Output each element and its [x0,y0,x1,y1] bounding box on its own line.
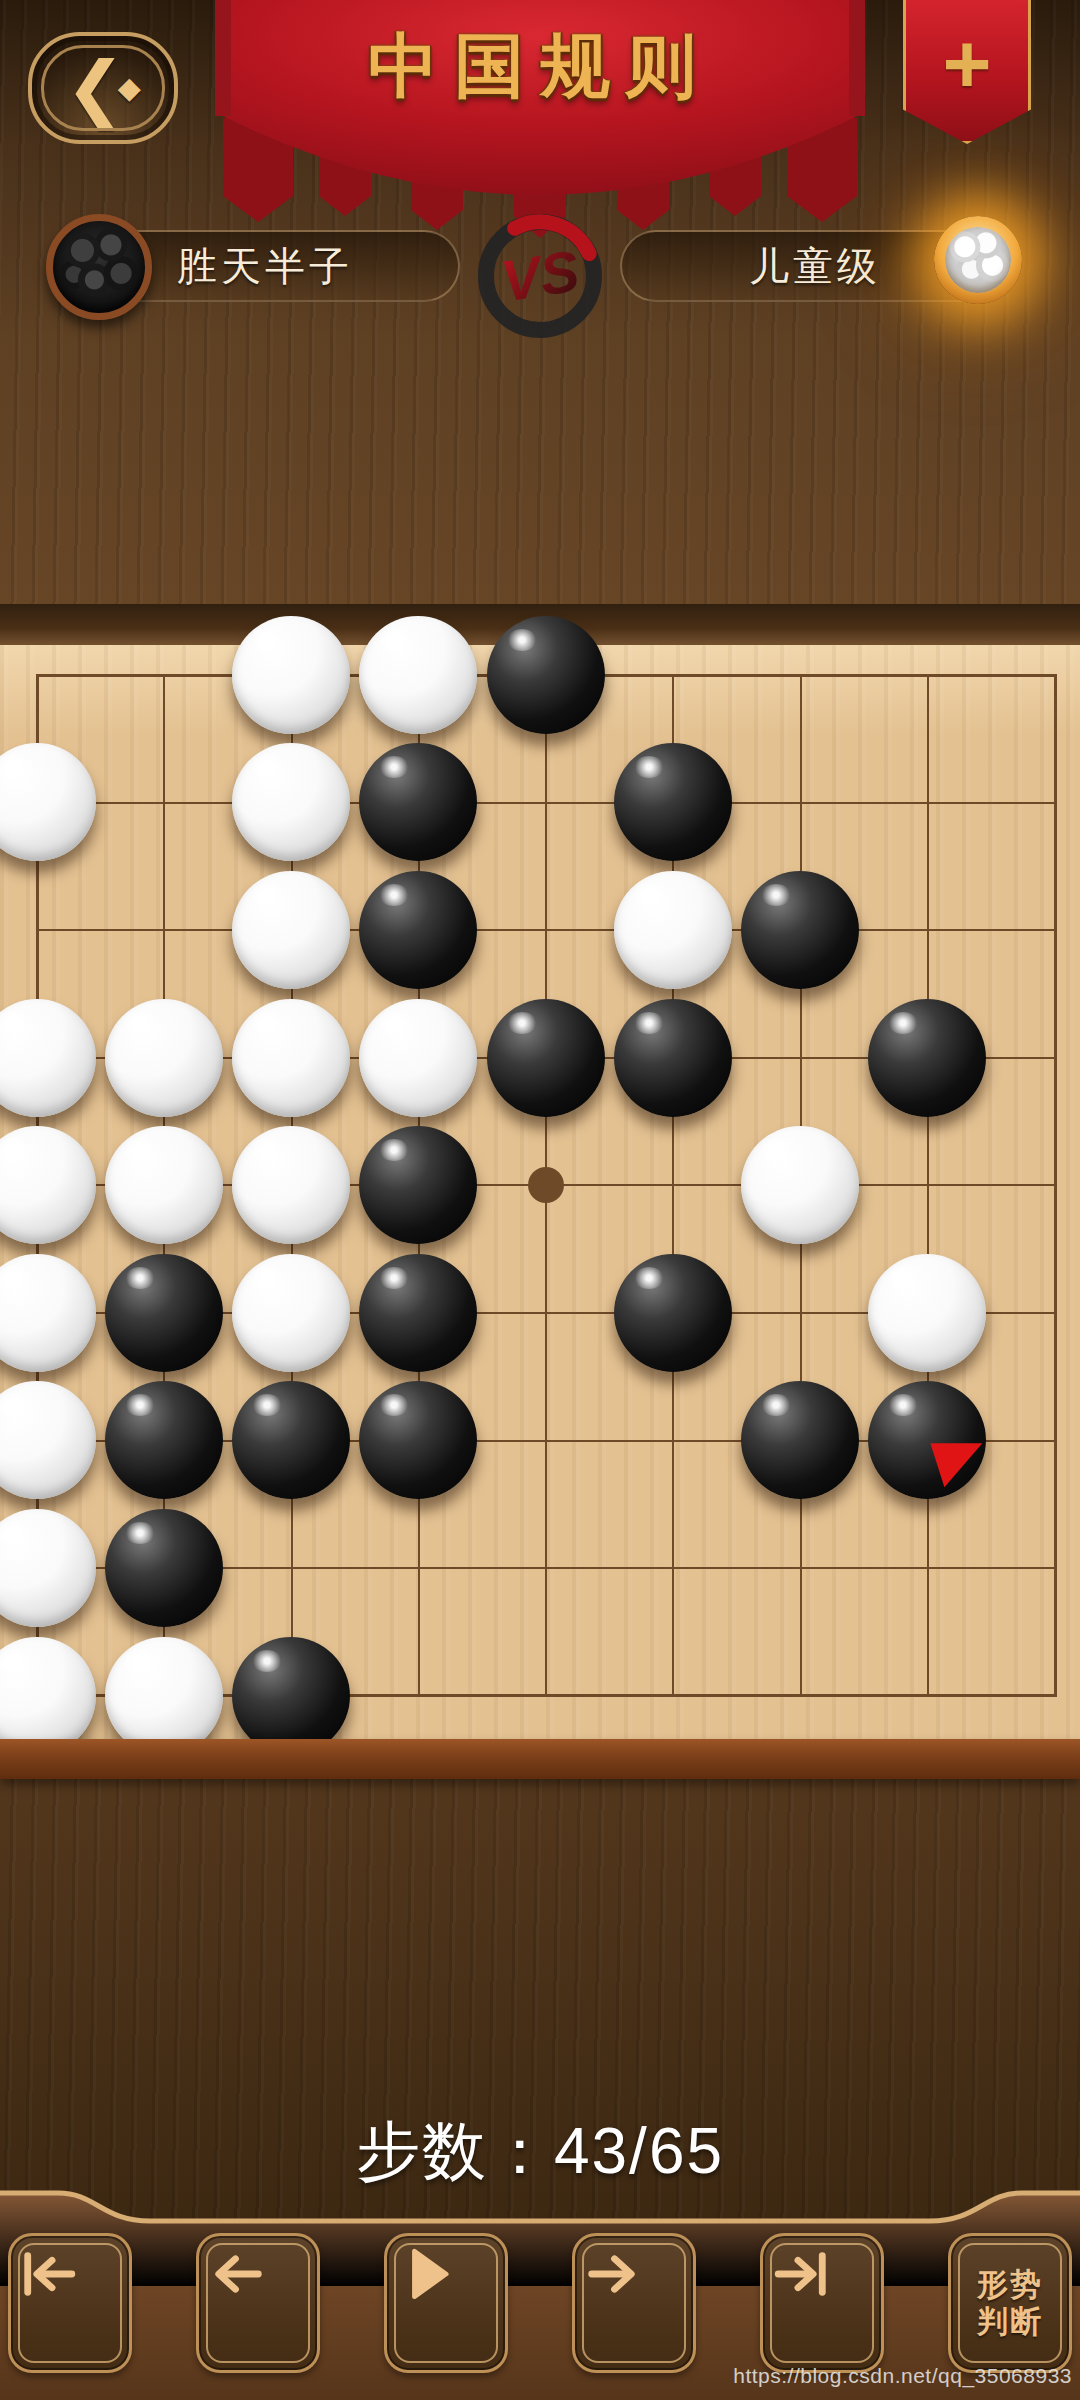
board-cell-c7r1[interactable] [737,611,864,739]
board-cell-c4r1[interactable] [355,611,482,739]
white-stone [868,1254,986,1372]
situation-judge-label: 形势 判断 [977,2266,1043,2340]
white-stone [105,999,223,1117]
skip-to-end-icon [763,2236,839,2312]
add-button[interactable]: + [903,0,1031,144]
white-stone [105,1126,223,1244]
board-cell-c2r1[interactable] [100,611,227,739]
board-cell-c9r4[interactable] [991,994,1080,1122]
board-cell-c1r5[interactable] [0,1121,100,1249]
play-button[interactable] [384,2233,508,2373]
board-cell-c8r7[interactable] [864,1377,991,1505]
board-cell-c2r4[interactable] [100,994,227,1122]
board-cell-c4r4[interactable] [355,994,482,1122]
black-stone [614,999,732,1117]
board-cell-c7r3[interactable] [737,866,864,994]
board-cell-c1r7[interactable] [0,1377,100,1505]
step-back-button[interactable] [196,2233,320,2373]
board-cell-c6r5[interactable] [609,1121,736,1249]
board-cell-c9r1[interactable] [991,611,1080,739]
board-cell-c9r3[interactable] [991,866,1080,994]
board-cell-c3r1[interactable] [228,611,355,739]
black-stone [487,999,605,1117]
board-cell-c5r3[interactable] [482,866,609,994]
board-cell-c8r1[interactable] [864,611,991,739]
board-cell-c2r5[interactable] [100,1121,227,1249]
board-cell-c7r5[interactable] [737,1121,864,1249]
board-cell-c9r7[interactable] [991,1377,1080,1505]
board-cell-c4r6[interactable] [355,1249,482,1377]
board-cell-c5r1[interactable] [482,611,609,739]
board-bottom-edge [0,1739,1080,1779]
board-cell-c3r4[interactable] [228,994,355,1122]
situation-judge-button[interactable]: 形势 判断 [948,2233,1072,2373]
white-stone [232,743,350,861]
skip-to-end-button[interactable] [760,2233,884,2373]
board-cell-c4r2[interactable] [355,739,482,867]
board-cell-c8r5[interactable] [864,1121,991,1249]
board-cell-c5r4[interactable] [482,994,609,1122]
black-stone [868,999,986,1117]
white-stone [0,1381,96,1499]
white-stone [232,871,350,989]
back-button[interactable]: ❮ ◆ [28,32,178,144]
white-stone [232,1126,350,1244]
board-cell-c6r8[interactable] [609,1504,736,1632]
white-stone [232,616,350,734]
board-cell-c6r4[interactable] [609,994,736,1122]
vs-label: VS [497,237,584,313]
board-cell-c2r6[interactable] [100,1249,227,1377]
black-stone [105,1381,223,1499]
board-cell-c3r2[interactable] [228,739,355,867]
board-cell-c8r3[interactable] [864,866,991,994]
board-cell-c4r5[interactable] [355,1121,482,1249]
board-cell-c3r5[interactable] [228,1121,355,1249]
white-player-name: 儿童级 [749,239,881,294]
board-cell-c1r6[interactable] [0,1249,100,1377]
board-cell-c9r5[interactable] [991,1121,1080,1249]
white-stone [0,1126,96,1244]
board-cell-c3r8[interactable] [228,1504,355,1632]
vs-emblem: VS [462,196,618,352]
white-stones-pebbles [945,227,1011,293]
board-cell-c8r2[interactable] [864,739,991,867]
white-stone [614,871,732,989]
board-cell-c5r2[interactable] [482,739,609,867]
black-player-name: 胜天半子 [177,239,353,294]
board-cell-c3r6[interactable] [228,1249,355,1377]
watermark-url: https://blog.csdn.net/qq_35068933 [733,2364,1072,2388]
board-cell-c7r8[interactable] [737,1504,864,1632]
black-stone [359,1381,477,1499]
board-cell-c3r3[interactable] [228,866,355,994]
white-stone [0,1254,96,1372]
plus-icon: + [942,22,991,106]
step-forward-button[interactable] [572,2233,696,2373]
white-stone [232,1254,350,1372]
board-cell-c1r4[interactable] [0,994,100,1122]
black-stone [487,616,605,734]
arrow-left-icon [199,2236,275,2312]
board-cell-c6r2[interactable] [609,739,736,867]
black-stone [359,743,477,861]
board-cell-c8r8[interactable] [864,1504,991,1632]
go-grid [0,611,1080,1759]
black-stone [359,1254,477,1372]
board-cell-c4r8[interactable] [355,1504,482,1632]
board-cell-c4r7[interactable] [355,1377,482,1505]
board-cell-c8r4[interactable] [864,994,991,1122]
board-cell-c9r6[interactable] [991,1249,1080,1377]
board-cell-c5r6[interactable] [482,1249,609,1377]
white-stone [0,743,96,861]
play-icon [387,2236,463,2312]
black-stone [741,871,859,989]
board-cell-c7r6[interactable] [737,1249,864,1377]
black-stone [105,1509,223,1627]
board-cell-c2r7[interactable] [100,1377,227,1505]
board-cell-c2r8[interactable] [100,1504,227,1632]
board-cell-c6r1[interactable] [609,611,736,739]
black-stones-bowl-icon [46,214,152,320]
board-cell-c7r7[interactable] [737,1377,864,1505]
white-stone [741,1126,859,1244]
white-stone [359,999,477,1117]
board-cell-c9r2[interactable] [991,739,1080,867]
board-cell-c6r3[interactable] [609,866,736,994]
white-stones-bowl-icon [934,216,1022,304]
board-cell-c2r2[interactable] [100,739,227,867]
white-stone [359,616,477,734]
board-cell-c5r8[interactable] [482,1504,609,1632]
black-stone [105,1254,223,1372]
board-cell-c1r3[interactable] [0,866,100,994]
board-cell-c1r2[interactable] [0,739,100,867]
board-cell-c5r5[interactable] [482,1121,609,1249]
black-stone [741,1381,859,1499]
back-button-ring [41,45,165,131]
board-cell-c1r8[interactable] [0,1504,100,1632]
page-title: 中国规则 [215,20,865,114]
black-stone [232,1381,350,1499]
board-cell-c4r3[interactable] [355,866,482,994]
black-stone [868,1381,986,1499]
black-stone [614,1254,732,1372]
game-screen: ❮ ◆ 中国规则 [0,0,1080,2400]
white-stone [105,1637,223,1755]
white-stone [0,1509,96,1627]
skip-to-start-button[interactable] [8,2233,132,2373]
black-stone [359,1126,477,1244]
board-cell-c5r7[interactable] [482,1377,609,1505]
board-cell-c3r7[interactable] [228,1377,355,1505]
board-cell-c7r2[interactable] [737,739,864,867]
board-cell-c2r3[interactable] [100,866,227,994]
board-cell-c9r8[interactable] [991,1504,1080,1632]
move-counter: 步数：43/65 [0,2108,1080,2195]
board-cell-c1r1[interactable] [0,611,100,739]
skip-to-start-icon [11,2236,87,2312]
black-stone [614,743,732,861]
black-stone [232,1637,350,1755]
board-cell-c6r7[interactable] [609,1377,736,1505]
board-cell-c8r6[interactable] [864,1249,991,1377]
board-cell-c7r4[interactable] [737,994,864,1122]
arrow-right-icon [575,2236,651,2312]
white-stone [0,999,96,1117]
white-stone [232,999,350,1117]
white-stone [0,1637,96,1755]
board-cell-c6r6[interactable] [609,1249,736,1377]
black-stone [359,871,477,989]
